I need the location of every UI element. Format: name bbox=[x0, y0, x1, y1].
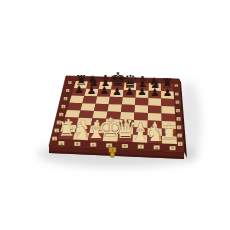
square-d3 bbox=[105, 119, 120, 127]
square-h4 bbox=[162, 114, 176, 122]
square-h7 bbox=[161, 91, 174, 99]
square-e6 bbox=[122, 97, 136, 105]
square-e4 bbox=[120, 112, 134, 120]
file-label-c-label: c bbox=[92, 143, 94, 147]
rank-label-right-2-label: 2 bbox=[179, 134, 181, 138]
rank-label-right-1-label: 1 bbox=[179, 142, 181, 146]
square-g1 bbox=[147, 135, 162, 143]
square-f8 bbox=[136, 83, 149, 91]
square-h5 bbox=[161, 106, 175, 114]
square-d2 bbox=[104, 126, 120, 134]
chess-board: abcdefgh1122334455667788 bbox=[0, 0, 230, 230]
square-c4 bbox=[92, 111, 107, 119]
square-h2 bbox=[162, 128, 177, 136]
square-f1 bbox=[132, 135, 147, 143]
square-g3 bbox=[148, 120, 162, 128]
square-b3 bbox=[77, 118, 93, 126]
rank-label-left-5-label: 5 bbox=[62, 105, 64, 109]
square-h1 bbox=[162, 136, 177, 144]
square-b7 bbox=[84, 89, 98, 97]
square-f2 bbox=[133, 127, 148, 135]
square-b8 bbox=[86, 81, 100, 89]
square-d4 bbox=[106, 112, 121, 120]
square-f5 bbox=[135, 105, 149, 113]
square-d6 bbox=[109, 97, 123, 105]
square-d7 bbox=[110, 90, 124, 98]
square-a7 bbox=[72, 88, 87, 96]
square-h3 bbox=[162, 121, 176, 129]
square-a6 bbox=[69, 96, 84, 104]
clasp-pin-icon bbox=[112, 149, 114, 151]
square-d1 bbox=[103, 134, 119, 142]
square-e8 bbox=[124, 83, 137, 91]
rank-label-right-3-label: 3 bbox=[178, 125, 180, 129]
square-f7 bbox=[136, 90, 149, 98]
square-g7 bbox=[148, 91, 161, 99]
square-c6 bbox=[96, 96, 110, 104]
square-c2 bbox=[89, 126, 105, 134]
square-a4 bbox=[65, 110, 81, 118]
rank-label-left-3-label: 3 bbox=[58, 121, 60, 125]
square-c5 bbox=[94, 104, 109, 112]
square-a1 bbox=[58, 132, 75, 140]
square-a8 bbox=[74, 81, 88, 89]
rank-label-right-5-label: 5 bbox=[177, 109, 179, 113]
square-e5 bbox=[121, 105, 135, 113]
square-h8 bbox=[161, 84, 174, 92]
square-g5 bbox=[148, 106, 162, 114]
square-h6 bbox=[161, 99, 174, 107]
rank-label-left-2-label: 2 bbox=[56, 129, 58, 133]
rank-label-right-4-label: 4 bbox=[178, 117, 180, 121]
square-e3 bbox=[119, 119, 134, 127]
square-c1 bbox=[88, 133, 104, 141]
square-e7 bbox=[123, 90, 136, 98]
clasp-hook-icon bbox=[110, 152, 114, 157]
square-a3 bbox=[63, 117, 79, 125]
square-g8 bbox=[149, 83, 161, 91]
square-b1 bbox=[73, 132, 89, 140]
square-c7 bbox=[97, 89, 111, 97]
rank-label-left-1-label: 1 bbox=[53, 137, 55, 141]
square-g2 bbox=[147, 128, 162, 136]
file-label-g-label: g bbox=[156, 146, 158, 150]
square-g6 bbox=[148, 98, 161, 106]
square-b4 bbox=[79, 111, 94, 119]
rank-label-left-6-label: 6 bbox=[65, 97, 67, 101]
square-d5 bbox=[108, 104, 122, 112]
file-label-h-label: h bbox=[171, 146, 173, 150]
file-label-a-label: a bbox=[60, 142, 62, 146]
square-b6 bbox=[82, 96, 97, 104]
square-b5 bbox=[81, 103, 96, 111]
square-a5 bbox=[67, 103, 82, 111]
square-g4 bbox=[148, 113, 162, 121]
square-e1 bbox=[118, 134, 133, 142]
square-c8 bbox=[99, 82, 113, 90]
square-a2 bbox=[60, 125, 76, 133]
square-e2 bbox=[118, 127, 133, 135]
square-f4 bbox=[134, 113, 148, 121]
rank-label-right-6-label: 6 bbox=[177, 100, 179, 104]
chess-set-photo: abcdefgh1122334455667788 ♜♞♝♚♛♝♞♜♟♟♟♟♟♟♟… bbox=[0, 0, 230, 230]
square-d8 bbox=[111, 82, 124, 90]
square-f6 bbox=[135, 98, 148, 106]
square-f3 bbox=[133, 120, 147, 128]
square-c3 bbox=[91, 118, 106, 126]
square-b2 bbox=[75, 125, 91, 133]
rank-label-left-4-label: 4 bbox=[60, 113, 62, 117]
